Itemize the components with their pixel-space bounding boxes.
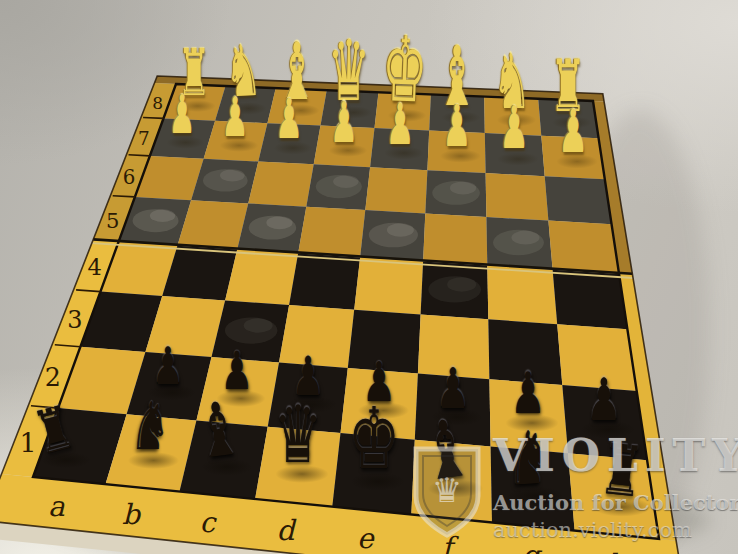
rank-label-5: 5 bbox=[106, 208, 119, 233]
square-g6[interactable] bbox=[486, 173, 549, 221]
scuff-mark bbox=[150, 209, 175, 222]
white-pawn-c7[interactable]: ♟ bbox=[275, 93, 303, 148]
square-f5[interactable] bbox=[423, 214, 487, 266]
rank-tick bbox=[129, 155, 150, 156]
scuff-mark bbox=[266, 216, 292, 229]
square-c6[interactable] bbox=[248, 162, 314, 207]
rank-label-2: 2 bbox=[45, 362, 61, 392]
white-pawn-a7[interactable]: ♟ bbox=[168, 89, 195, 143]
black-king-e1[interactable]: ♚ bbox=[348, 396, 400, 481]
scuff-mark bbox=[220, 169, 245, 181]
white-pawn-e7[interactable]: ♟ bbox=[385, 96, 414, 153]
black-queen-d1[interactable]: ♛ bbox=[273, 395, 321, 474]
rank-label-4: 4 bbox=[88, 254, 102, 280]
file-label-a: a bbox=[48, 490, 65, 523]
square-h6[interactable] bbox=[545, 176, 612, 224]
scuff-mark bbox=[244, 318, 273, 332]
scuff-mark bbox=[450, 181, 476, 194]
square-d4[interactable] bbox=[289, 253, 360, 309]
rank-label-1: 1 bbox=[19, 427, 36, 458]
black-knight-g1[interactable]: ♞ bbox=[504, 421, 554, 497]
square-g4[interactable] bbox=[487, 266, 557, 325]
photo-of-chess-set: 87654321abcdefgh ♜♞♝♛♚♝♞♜♟♟♟♟♟♟♟♟♟♟♟♟♟♟♟… bbox=[0, 0, 738, 554]
square-h4[interactable] bbox=[553, 270, 628, 330]
file-label-h: h bbox=[607, 548, 626, 554]
rank-label-7: 7 bbox=[138, 128, 150, 149]
scuff-mark bbox=[511, 231, 539, 245]
file-label-c: c bbox=[200, 506, 218, 539]
scuff-mark bbox=[333, 175, 358, 188]
square-e4[interactable] bbox=[354, 257, 423, 314]
white-pawn-b7[interactable]: ♟ bbox=[221, 91, 248, 145]
white-pawn-d7[interactable]: ♟ bbox=[330, 94, 358, 150]
white-pawn-h7[interactable]: ♟ bbox=[558, 102, 588, 162]
rank-tick bbox=[143, 118, 163, 119]
square-d5[interactable] bbox=[298, 207, 365, 258]
scuff-mark bbox=[447, 277, 476, 291]
file-label-d: d bbox=[276, 514, 297, 547]
file-label-e: e bbox=[357, 522, 375, 554]
square-e6[interactable] bbox=[365, 167, 427, 213]
black-pawn-b2[interactable]: ♟ bbox=[152, 341, 184, 393]
square-h5[interactable] bbox=[548, 221, 619, 274]
black-rook-h1[interactable]: ♜ bbox=[597, 436, 646, 509]
black-pawn-h2[interactable]: ♟ bbox=[586, 371, 622, 430]
file-label-b: b bbox=[122, 498, 142, 531]
black-knight-b1[interactable]: ♞ bbox=[130, 394, 170, 460]
rank-label-6: 6 bbox=[123, 166, 136, 189]
rank-label-8: 8 bbox=[152, 93, 163, 113]
square-c4[interactable] bbox=[225, 250, 298, 306]
black-bishop-c1[interactable]: ♝ bbox=[191, 391, 245, 470]
file-label-g: g bbox=[521, 539, 542, 554]
white-pawn-g7[interactable]: ♟ bbox=[499, 100, 529, 159]
scuff-mark bbox=[387, 223, 414, 237]
rank-label-3: 3 bbox=[67, 306, 82, 334]
white-pawn-f7[interactable]: ♟ bbox=[442, 98, 471, 156]
